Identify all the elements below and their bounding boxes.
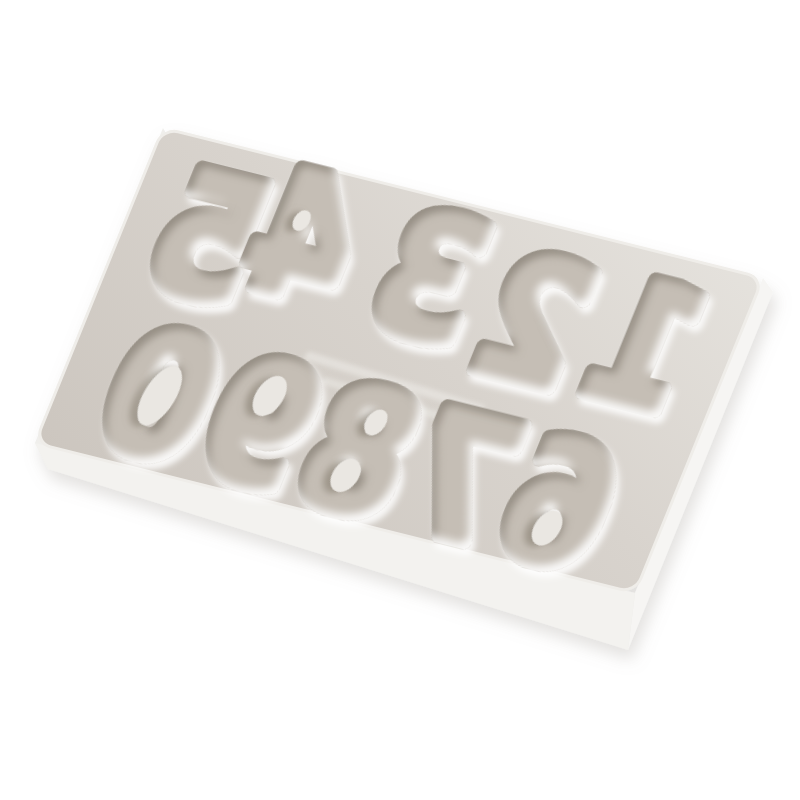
mold-photo-canvas: 5 4 3 2 1 [0,0,800,800]
product-photo: 5 4 3 2 1 [0,0,800,800]
